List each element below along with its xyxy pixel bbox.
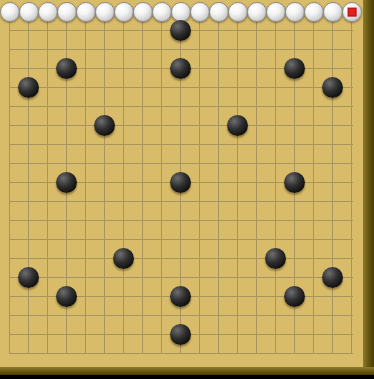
grid-horizontal-line <box>10 277 353 278</box>
white-stone[interactable] <box>38 2 58 22</box>
grid-horizontal-line <box>10 87 353 88</box>
white-stone[interactable] <box>152 2 172 22</box>
white-stone[interactable] <box>57 2 77 22</box>
black-stone[interactable] <box>113 248 134 269</box>
black-stone[interactable] <box>284 172 305 193</box>
white-stone[interactable] <box>190 2 210 22</box>
black-stone[interactable] <box>170 20 191 41</box>
white-stone[interactable] <box>114 2 134 22</box>
grid-horizontal-line <box>10 239 353 240</box>
grid-horizontal-line <box>10 163 353 164</box>
black-stone[interactable] <box>56 172 77 193</box>
grid-vertical-line <box>256 12 257 354</box>
grid-vertical-line <box>332 12 333 354</box>
black-stone[interactable] <box>170 58 191 79</box>
grid-vertical-line <box>313 12 314 354</box>
grid-horizontal-line <box>10 125 353 126</box>
black-stone[interactable] <box>170 324 191 345</box>
white-stone[interactable] <box>0 2 20 22</box>
white-stone[interactable] <box>76 2 96 22</box>
white-stone[interactable] <box>228 2 248 22</box>
grid-vertical-line <box>237 12 238 354</box>
black-stone[interactable] <box>94 115 115 136</box>
white-stone[interactable] <box>95 2 115 22</box>
goban[interactable] <box>0 0 363 367</box>
black-stone[interactable] <box>18 77 39 98</box>
black-stone[interactable] <box>56 58 77 79</box>
grid-vertical-line <box>275 12 276 354</box>
black-stone[interactable] <box>56 286 77 307</box>
white-stone[interactable] <box>266 2 286 22</box>
white-stone[interactable] <box>133 2 153 22</box>
grid-horizontal-line <box>10 49 353 50</box>
grid-vertical-line <box>218 12 219 354</box>
grid-horizontal-line <box>10 220 353 221</box>
black-stone[interactable] <box>18 267 39 288</box>
grid-horizontal-line <box>10 258 353 259</box>
black-stone[interactable] <box>322 267 343 288</box>
white-stone[interactable] <box>323 2 343 22</box>
white-stone[interactable] <box>171 2 191 22</box>
grid-horizontal-line <box>10 201 353 202</box>
grid-horizontal-line <box>10 353 353 354</box>
go-board-app <box>0 0 374 379</box>
black-stone[interactable] <box>265 248 286 269</box>
black-stone[interactable] <box>284 286 305 307</box>
black-stone[interactable] <box>284 58 305 79</box>
white-stone[interactable] <box>304 2 324 22</box>
white-stone[interactable] <box>285 2 305 22</box>
grid-horizontal-line <box>10 315 353 316</box>
grid-horizontal-line <box>10 144 353 145</box>
white-stone[interactable] <box>247 2 267 22</box>
white-stone[interactable] <box>342 2 362 22</box>
board-edge-bottom <box>0 367 374 375</box>
last-move-marker <box>347 7 356 16</box>
black-stone[interactable] <box>322 77 343 98</box>
black-stone[interactable] <box>227 115 248 136</box>
board-edge-right <box>363 0 374 375</box>
black-stone[interactable] <box>170 286 191 307</box>
white-stone[interactable] <box>19 2 39 22</box>
grid-horizontal-line <box>10 106 353 107</box>
grid-vertical-line <box>199 12 200 354</box>
white-stone[interactable] <box>209 2 229 22</box>
grid-vertical-line <box>351 12 352 354</box>
black-stone[interactable] <box>170 172 191 193</box>
